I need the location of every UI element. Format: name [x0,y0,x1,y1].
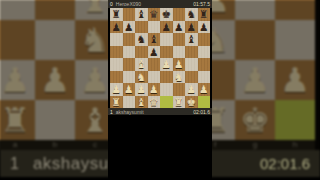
white-rook-piece: ♜ [110,96,123,109]
square-d2[interactable]: ♟ [148,83,161,96]
square-c7[interactable] [135,21,148,34]
square-f7[interactable]: ♟ [173,21,186,34]
square-a5[interactable] [110,46,123,59]
square-a7[interactable]: ♟ [110,21,123,34]
black-knight-piece: ♞ [185,8,198,21]
square-g8[interactable]: ♞ [185,8,198,21]
white-pawn-piece: ♟ [110,83,123,96]
square-g4[interactable] [185,58,198,71]
white-king-piece: ♚ [185,96,198,109]
black-pawn-piece: ♟ [110,21,123,34]
square-f2[interactable] [173,83,186,96]
white-rook-piece: ♜ [173,96,186,109]
black-pawn-piece: ♟ [123,21,136,34]
white-pawn-piece: ♟ [148,83,161,96]
square-a2[interactable]: ♟ [110,83,123,96]
square-d6[interactable]: ♝ [148,33,161,46]
square-e3[interactable] [160,71,173,84]
square-f4[interactable]: ♟ [173,58,186,71]
square-d3[interactable] [148,71,161,84]
square-d7[interactable] [148,21,161,34]
square-g6[interactable]: ♝ [185,33,198,46]
letterbox-black [108,115,212,180]
square-g1[interactable]: ♚ [185,96,198,109]
chess-app-window: 0 HeroeX090 01:57.5 ♜♝♛♚♞♜♟♟♟♟♟♟♞♝♝♟♝♟♟♞… [108,0,212,180]
white-knight-piece: ♞ [173,71,186,84]
square-c8[interactable]: ♝ [135,8,148,21]
white-queen-piece: ♛ [148,96,161,109]
black-pawn-piece: ♟ [148,46,161,59]
black-rook-piece: ♜ [198,8,211,21]
black-knight-piece: ♞ [135,33,148,46]
black-rook-piece: ♜ [110,8,123,21]
white-pawn-piece: ♟ [173,58,186,71]
square-e2[interactable] [160,83,173,96]
black-pawn-piece: ♟ [173,21,186,34]
square-c5[interactable] [135,46,148,59]
square-a3[interactable] [110,71,123,84]
square-c2[interactable]: ♟ [135,83,148,96]
white-pawn-piece: ♟ [135,83,148,96]
square-b6[interactable] [123,33,136,46]
opponent-clock: 01:57.5 [193,1,210,7]
screenshot-stage: ♜♝♛♚♞♜♟♟♟♟♟♟♞♝♝♟♝♟♟♞♞♟♟♟♟♟♟♜♝♛♜♚ abcdefg… [0,0,320,180]
black-king-piece: ♚ [160,8,173,21]
square-b5[interactable] [123,46,136,59]
square-f8[interactable] [173,8,186,21]
player-name: akshaysumit [116,109,144,115]
player-clock: 02:01.6 [193,109,210,115]
square-h6[interactable] [198,33,211,46]
black-pawn-piece: ♟ [185,21,198,34]
white-pawn-piece: ♟ [185,83,198,96]
white-pawn-piece: ♟ [160,58,173,71]
square-e7[interactable]: ♟ [160,21,173,34]
square-e4[interactable]: ♟ [160,58,173,71]
player-bar: 1 akshaysumit 02:01.6 [108,108,212,115]
square-a4[interactable] [110,58,123,71]
square-b4[interactable] [123,58,136,71]
square-c1[interactable]: ♝ [135,96,148,109]
square-b1[interactable] [123,96,136,109]
square-g2[interactable]: ♟ [185,83,198,96]
square-d8[interactable]: ♛ [148,8,161,21]
chess-board[interactable]: ♜♝♛♚♞♜♟♟♟♟♟♟♞♝♝♟♝♟♟♞♞♟♟♟♟♟♟♜♝♛♜♚ [110,8,210,108]
white-knight-piece: ♞ [135,71,148,84]
white-bishop-piece: ♝ [135,96,148,109]
square-f5[interactable] [173,46,186,59]
square-a6[interactable] [110,33,123,46]
black-bishop-piece: ♝ [148,33,161,46]
square-g5[interactable] [185,46,198,59]
background-player-score: 1 [10,155,19,173]
opponent-bar: 0 HeroeX090 01:57.5 [108,0,212,8]
square-h8[interactable]: ♜ [198,8,211,21]
square-f3[interactable]: ♞ [173,71,186,84]
opponent-name: HeroeX090 [116,1,141,7]
square-h5[interactable] [198,46,211,59]
square-e1[interactable] [160,96,173,109]
black-bishop-piece: ♝ [135,8,148,21]
square-c4[interactable]: ♝ [135,58,148,71]
square-b7[interactable]: ♟ [123,21,136,34]
background-player-clock: 02:01.6 [260,155,310,172]
black-pawn-piece: ♟ [160,21,173,34]
opponent-score: 0 [110,1,113,7]
black-pawn-piece: ♟ [198,21,211,34]
square-b2[interactable]: ♟ [123,83,136,96]
square-d4[interactable] [148,58,161,71]
white-pawn-piece: ♟ [198,83,211,96]
white-bishop-piece: ♝ [135,58,148,71]
square-d1[interactable]: ♛ [148,96,161,109]
square-b8[interactable] [123,8,136,21]
square-h2[interactable]: ♟ [198,83,211,96]
player-score: 1 [110,109,113,115]
square-h7[interactable]: ♟ [198,21,211,34]
square-g7[interactable]: ♟ [185,21,198,34]
square-h3[interactable] [198,71,211,84]
square-e6[interactable] [160,33,173,46]
square-c3[interactable]: ♞ [135,71,148,84]
square-a8[interactable]: ♜ [110,8,123,21]
square-a1[interactable]: ♜ [110,96,123,109]
square-g3[interactable] [185,71,198,84]
square-d5[interactable]: ♟ [148,46,161,59]
black-queen-piece: ♛ [148,8,161,21]
square-e5[interactable] [160,46,173,59]
white-pawn-piece: ♟ [123,83,136,96]
square-c6[interactable]: ♞ [135,33,148,46]
square-e8[interactable]: ♚ [160,8,173,21]
square-f6[interactable] [173,33,186,46]
square-h4[interactable] [198,58,211,71]
square-h1[interactable] [198,96,211,109]
black-bishop-piece: ♝ [185,33,198,46]
square-b3[interactable] [123,71,136,84]
square-f1[interactable]: ♜ [173,96,186,109]
